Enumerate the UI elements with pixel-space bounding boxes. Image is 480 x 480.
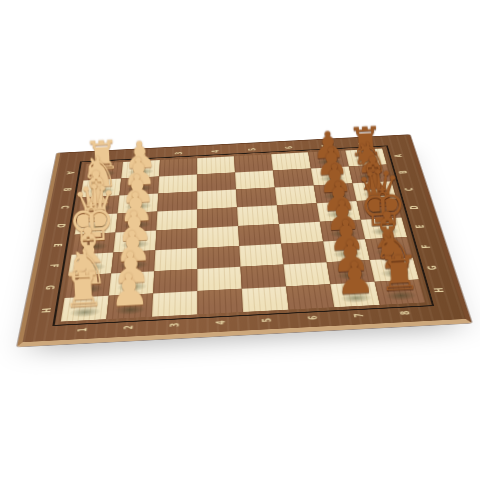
piece-white-rook-h1[interactable]: ♜ xyxy=(61,296,109,322)
file-label-right-text-h: H xyxy=(432,287,446,293)
product-photo-scene: AABBCCDDEEFFGGHH1122334455667788♜♞♝♛♚♝♞♜… xyxy=(0,0,480,480)
file-label-left-h: H xyxy=(26,298,64,323)
piece-black-rook-h8[interactable]: ♜ xyxy=(375,279,426,304)
square-d4[interactable] xyxy=(197,207,238,228)
file-label-right-text-b: B xyxy=(398,170,409,174)
square-e5[interactable] xyxy=(238,224,281,246)
rank-label-bottom-8: 8 xyxy=(380,303,431,324)
white-rook-glyph: ♜ xyxy=(61,268,106,314)
rank-label-bottom-4: 4 xyxy=(198,312,245,333)
square-b6[interactable] xyxy=(273,168,314,187)
rank-label-top-text-3: 3 xyxy=(174,152,184,155)
file-label-left-text-e: E xyxy=(52,243,64,247)
file-label-right-text-a: A xyxy=(393,154,404,158)
rank-label-top-4: 4 xyxy=(197,144,234,158)
square-g6[interactable] xyxy=(284,262,331,286)
square-g4[interactable] xyxy=(197,267,241,291)
square-b3[interactable] xyxy=(158,174,197,193)
rank-label-top-5: 5 xyxy=(233,143,271,157)
rank-label-bottom-3: 3 xyxy=(151,314,198,335)
square-e3[interactable] xyxy=(155,228,197,250)
square-b4[interactable] xyxy=(197,172,236,191)
rank-label-top-text-7: 7 xyxy=(320,144,330,147)
square-h6[interactable] xyxy=(286,284,334,310)
square-f5[interactable] xyxy=(239,244,283,267)
file-label-left-text-g: G xyxy=(44,285,57,290)
file-label-right-text-e: E xyxy=(414,224,426,228)
rank-label-bottom-2: 2 xyxy=(104,317,152,338)
file-label-left-text-a: A xyxy=(65,171,76,175)
square-a3[interactable] xyxy=(159,158,197,176)
piece-black-pawn-h7[interactable]: ♟ xyxy=(330,282,379,307)
square-e6[interactable] xyxy=(279,222,323,244)
rank-label-bottom-text-4: 4 xyxy=(214,320,227,325)
square-g3[interactable] xyxy=(153,269,197,293)
file-label-right-text-f: F xyxy=(420,244,433,248)
rank-label-bottom-text-6: 6 xyxy=(306,315,319,320)
rank-label-top-text-5: 5 xyxy=(247,148,257,151)
rank-label-bottom-7: 7 xyxy=(334,305,384,326)
rank-label-bottom-text-5: 5 xyxy=(260,317,273,322)
file-label-left-text-b: B xyxy=(62,188,73,192)
file-label-left-text-f: F xyxy=(48,264,60,268)
rank-label-top-6: 6 xyxy=(270,141,308,155)
square-c5[interactable] xyxy=(236,187,277,207)
rank-label-top-3: 3 xyxy=(160,146,197,160)
black-pawn-glyph: ♟ xyxy=(334,257,376,300)
file-label-right-text-d: D xyxy=(408,205,420,210)
file-label-right-text-g: G xyxy=(426,265,439,270)
black-rook-glyph: ♜ xyxy=(377,252,422,298)
square-h5[interactable] xyxy=(242,286,289,312)
chess-board: AABBCCDDEEFFGGHH1122334455667788♜♞♝♛♚♝♞♜… xyxy=(17,134,472,346)
rank-label-top-text-4: 4 xyxy=(210,150,220,153)
rank-label-bottom-text-8: 8 xyxy=(398,310,411,315)
square-f4[interactable] xyxy=(197,246,240,269)
square-g5[interactable] xyxy=(241,264,287,288)
rank-label-bottom-1: 1 xyxy=(58,319,107,340)
rank-label-top-text-8: 8 xyxy=(357,142,368,145)
rank-label-top-text-2: 2 xyxy=(137,153,147,156)
file-label-left-text-h: H xyxy=(39,308,52,314)
rank-label-top-text-1: 1 xyxy=(100,155,110,158)
rank-label-bottom-6: 6 xyxy=(289,307,338,328)
board-perspective-wrapper: AABBCCDDEEFFGGHH1122334455667788♜♞♝♛♚♝♞♜… xyxy=(29,18,439,428)
square-d3[interactable] xyxy=(156,209,197,230)
square-d5[interactable] xyxy=(237,205,279,226)
rank-label-bottom-text-3: 3 xyxy=(168,322,180,327)
square-c6[interactable] xyxy=(275,185,317,205)
square-h4[interactable] xyxy=(197,289,243,315)
rank-label-bottom-text-7: 7 xyxy=(352,313,365,318)
square-e4[interactable] xyxy=(197,226,239,248)
square-f3[interactable] xyxy=(154,248,197,271)
square-c4[interactable] xyxy=(197,189,237,209)
square-b5[interactable] xyxy=(235,170,275,189)
rank-label-top-text-6: 6 xyxy=(284,146,294,149)
rank-label-bottom-text-1: 1 xyxy=(76,327,89,332)
white-pawn-glyph: ♟ xyxy=(108,269,150,312)
rank-label-bottom-text-2: 2 xyxy=(122,325,135,330)
square-d6[interactable] xyxy=(277,203,320,224)
file-label-right-h: H xyxy=(419,278,460,303)
rank-label-bottom-5: 5 xyxy=(243,310,291,331)
square-h3[interactable] xyxy=(152,291,198,317)
square-c3[interactable] xyxy=(157,191,197,211)
square-f6[interactable] xyxy=(281,241,326,264)
